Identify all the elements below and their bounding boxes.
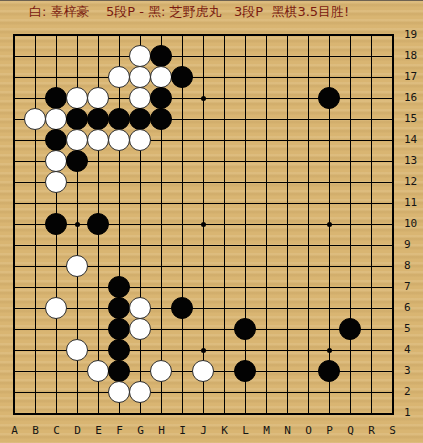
row-label-16: 16 bbox=[404, 91, 423, 104]
stone-white-H3 bbox=[150, 360, 172, 382]
star-point-P4 bbox=[327, 348, 332, 353]
stone-white-F14 bbox=[108, 129, 130, 151]
app-window: 白: 辜梓豪 5段P - 黑: 芝野虎丸 3段P 黑棋3.5目胜! ABCDEF… bbox=[0, 0, 423, 443]
stone-black-G15 bbox=[129, 108, 151, 130]
stone-black-Q5 bbox=[339, 318, 361, 340]
stone-white-C12 bbox=[45, 171, 67, 193]
column-label-O: O bbox=[298, 424, 319, 437]
stone-black-H18 bbox=[150, 45, 172, 67]
stone-black-C10 bbox=[45, 213, 67, 235]
stone-black-L5 bbox=[234, 318, 256, 340]
column-label-R: R bbox=[361, 424, 382, 437]
stone-white-F17 bbox=[108, 66, 130, 88]
stone-white-G6 bbox=[129, 297, 151, 319]
column-label-B: B bbox=[25, 424, 46, 437]
column-label-C: C bbox=[46, 424, 67, 437]
row-label-19: 19 bbox=[404, 28, 423, 41]
stone-black-F7 bbox=[108, 276, 130, 298]
stone-white-C6 bbox=[45, 297, 67, 319]
stone-black-P3 bbox=[318, 360, 340, 382]
column-label-N: N bbox=[277, 424, 298, 437]
stone-white-G5 bbox=[129, 318, 151, 340]
stone-black-C16 bbox=[45, 87, 67, 109]
row-label-6: 6 bbox=[404, 301, 423, 314]
column-label-M: M bbox=[256, 424, 277, 437]
stone-white-G16 bbox=[129, 87, 151, 109]
stone-white-D16 bbox=[66, 87, 88, 109]
row-label-13: 13 bbox=[404, 154, 423, 167]
column-label-F: F bbox=[109, 424, 130, 437]
stone-black-F3 bbox=[108, 360, 130, 382]
stone-black-F4 bbox=[108, 339, 130, 361]
star-point-P10 bbox=[327, 222, 332, 227]
stone-black-E15 bbox=[87, 108, 109, 130]
stone-white-C13 bbox=[45, 150, 67, 172]
stone-white-H17 bbox=[150, 66, 172, 88]
stone-white-E14 bbox=[87, 129, 109, 151]
stone-black-E10 bbox=[87, 213, 109, 235]
star-point-J16 bbox=[201, 96, 206, 101]
stone-white-D14 bbox=[66, 129, 88, 151]
row-label-8: 8 bbox=[404, 259, 423, 272]
column-label-G: G bbox=[130, 424, 151, 437]
column-label-L: L bbox=[235, 424, 256, 437]
stone-white-D8 bbox=[66, 255, 88, 277]
stone-white-E16 bbox=[87, 87, 109, 109]
row-label-15: 15 bbox=[404, 112, 423, 125]
star-point-J10 bbox=[201, 222, 206, 227]
column-label-A: A bbox=[4, 424, 25, 437]
stone-white-G2 bbox=[129, 381, 151, 403]
stone-black-F6 bbox=[108, 297, 130, 319]
stone-white-J3 bbox=[192, 360, 214, 382]
stone-white-G14 bbox=[129, 129, 151, 151]
row-label-7: 7 bbox=[404, 280, 423, 293]
stone-black-F5 bbox=[108, 318, 130, 340]
row-label-5: 5 bbox=[404, 322, 423, 335]
star-point-D10 bbox=[75, 222, 80, 227]
stone-white-F2 bbox=[108, 381, 130, 403]
stone-black-D13 bbox=[66, 150, 88, 172]
row-label-9: 9 bbox=[404, 238, 423, 251]
row-label-12: 12 bbox=[404, 175, 423, 188]
go-board[interactable]: ABCDEFGHIJKLMNOPQRS191817161514131211109… bbox=[0, 1, 423, 443]
stone-white-B15 bbox=[24, 108, 46, 130]
row-label-11: 11 bbox=[404, 196, 423, 209]
column-label-Q: Q bbox=[340, 424, 361, 437]
row-label-17: 17 bbox=[404, 70, 423, 83]
column-label-E: E bbox=[88, 424, 109, 437]
stone-white-G17 bbox=[129, 66, 151, 88]
stone-white-D4 bbox=[66, 339, 88, 361]
row-label-10: 10 bbox=[404, 217, 423, 230]
row-label-2: 2 bbox=[404, 385, 423, 398]
stone-black-I6 bbox=[171, 297, 193, 319]
column-label-I: I bbox=[172, 424, 193, 437]
column-label-D: D bbox=[67, 424, 88, 437]
stone-black-H16 bbox=[150, 87, 172, 109]
stone-black-P16 bbox=[318, 87, 340, 109]
stone-black-F15 bbox=[108, 108, 130, 130]
stone-black-D15 bbox=[66, 108, 88, 130]
stone-white-G18 bbox=[129, 45, 151, 67]
column-label-J: J bbox=[193, 424, 214, 437]
row-label-18: 18 bbox=[404, 49, 423, 62]
row-label-14: 14 bbox=[404, 133, 423, 146]
stone-black-I17 bbox=[171, 66, 193, 88]
star-point-J4 bbox=[201, 348, 206, 353]
column-label-K: K bbox=[214, 424, 235, 437]
stone-white-C15 bbox=[45, 108, 67, 130]
row-label-3: 3 bbox=[404, 364, 423, 377]
stone-black-C14 bbox=[45, 129, 67, 151]
row-label-1: 1 bbox=[404, 406, 423, 419]
stone-black-L3 bbox=[234, 360, 256, 382]
column-label-S: S bbox=[382, 424, 403, 437]
row-label-4: 4 bbox=[404, 343, 423, 356]
column-label-H: H bbox=[151, 424, 172, 437]
stone-white-E3 bbox=[87, 360, 109, 382]
stone-black-H15 bbox=[150, 108, 172, 130]
column-label-P: P bbox=[319, 424, 340, 437]
